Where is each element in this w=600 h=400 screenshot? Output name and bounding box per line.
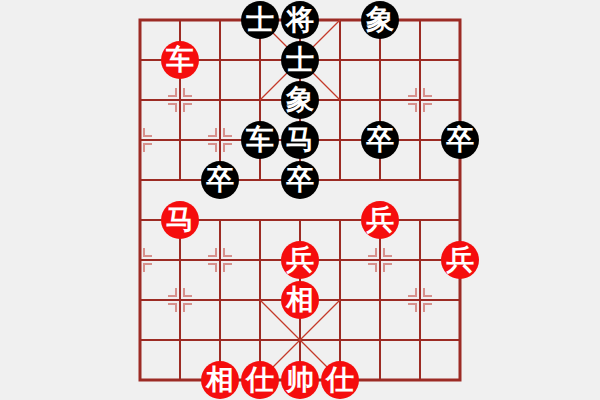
piece-red-elephant[interactable]: 相 (201, 361, 239, 399)
piece-black-soldier[interactable]: 卒 (281, 161, 319, 199)
xiangqi-board[interactable]: 士将象车士象车马卒卒卒卒马兵兵兵相相仕帅仕 (120, 0, 480, 400)
xiangqi-app: 士将象车士象车马卒卒卒卒马兵兵兵相相仕帅仕 (0, 0, 600, 400)
piece-black-general[interactable]: 将 (281, 1, 319, 39)
piece-black-elephant[interactable]: 象 (281, 81, 319, 119)
piece-red-horse[interactable]: 马 (161, 201, 199, 239)
piece-red-elephant[interactable]: 相 (281, 281, 319, 319)
piece-black-elephant[interactable]: 象 (361, 1, 399, 39)
piece-black-chariot[interactable]: 车 (241, 121, 279, 159)
piece-red-general[interactable]: 帅 (281, 361, 319, 399)
piece-red-chariot[interactable]: 车 (161, 41, 199, 79)
piece-black-horse[interactable]: 马 (281, 121, 319, 159)
piece-black-advisor[interactable]: 士 (241, 1, 279, 39)
piece-red-soldier[interactable]: 兵 (361, 201, 399, 239)
piece-red-soldier[interactable]: 兵 (281, 241, 319, 279)
piece-black-soldier[interactable]: 卒 (361, 121, 399, 159)
piece-black-soldier[interactable]: 卒 (201, 161, 239, 199)
piece-red-advisor[interactable]: 仕 (321, 361, 359, 399)
piece-red-soldier[interactable]: 兵 (441, 241, 479, 279)
piece-red-advisor[interactable]: 仕 (241, 361, 279, 399)
piece-black-soldier[interactable]: 卒 (441, 121, 479, 159)
piece-black-advisor[interactable]: 士 (281, 41, 319, 79)
